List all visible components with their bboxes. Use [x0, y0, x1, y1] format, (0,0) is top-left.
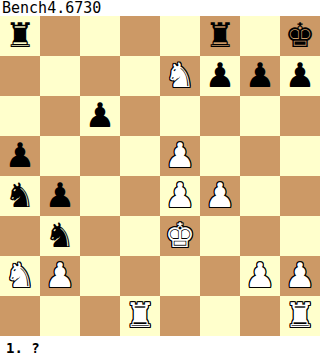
black-pawn: ♟	[45, 175, 75, 215]
square-e3[interactable]: ♚	[160, 216, 200, 256]
square-h2[interactable]: ♟	[280, 256, 320, 296]
square-a2[interactable]: ♞	[0, 256, 40, 296]
square-c6[interactable]: ♟	[80, 96, 120, 136]
square-e6[interactable]	[160, 96, 200, 136]
square-c1[interactable]	[80, 296, 120, 336]
status-bar: 1. ?	[0, 336, 320, 360]
square-b3[interactable]: ♞	[40, 216, 80, 256]
square-f3[interactable]	[200, 216, 240, 256]
square-e1[interactable]	[160, 296, 200, 336]
square-f2[interactable]	[200, 256, 240, 296]
square-f6[interactable]	[200, 96, 240, 136]
square-c5[interactable]	[80, 136, 120, 176]
square-c2[interactable]	[80, 256, 120, 296]
square-b4[interactable]: ♟	[40, 176, 80, 216]
square-c4[interactable]	[80, 176, 120, 216]
white-king: ♚	[165, 215, 195, 255]
black-pawn: ♟	[85, 95, 115, 135]
square-a8[interactable]: ♜	[0, 16, 40, 56]
square-h1[interactable]: ♜	[280, 296, 320, 336]
square-e2[interactable]	[160, 256, 200, 296]
black-knight: ♞	[5, 175, 35, 215]
square-g4[interactable]	[240, 176, 280, 216]
white-rook: ♜	[285, 295, 315, 335]
square-g8[interactable]	[240, 16, 280, 56]
square-a6[interactable]	[0, 96, 40, 136]
chess-board: ♜♜♚♞♟♟♟♟♟♟♞♟♟♟♞♚♞♟♟♟♜♜	[0, 16, 320, 336]
square-g6[interactable]	[240, 96, 280, 136]
black-knight: ♞	[45, 215, 75, 255]
square-f7[interactable]: ♟	[200, 56, 240, 96]
square-g3[interactable]	[240, 216, 280, 256]
white-pawn: ♟	[165, 175, 195, 215]
black-pawn: ♟	[205, 55, 235, 95]
square-a4[interactable]: ♞	[0, 176, 40, 216]
square-e5[interactable]: ♟	[160, 136, 200, 176]
square-h4[interactable]	[280, 176, 320, 216]
chess-diagram-window: Bench4.6730 ♜♜♚♞♟♟♟♟♟♟♞♟♟♟♞♚♞♟♟♟♜♜ 1. ?	[0, 0, 320, 360]
white-pawn: ♟	[205, 175, 235, 215]
position-title: Bench4.6730	[0, 0, 101, 16]
square-e4[interactable]: ♟	[160, 176, 200, 216]
white-knight: ♞	[165, 55, 195, 95]
square-b5[interactable]	[40, 136, 80, 176]
square-f4[interactable]: ♟	[200, 176, 240, 216]
white-pawn: ♟	[45, 255, 75, 295]
square-g2[interactable]: ♟	[240, 256, 280, 296]
black-pawn: ♟	[5, 135, 35, 175]
title-bar: Bench4.6730	[0, 0, 320, 16]
square-a3[interactable]	[0, 216, 40, 256]
white-pawn: ♟	[285, 255, 315, 295]
square-a5[interactable]: ♟	[0, 136, 40, 176]
square-b2[interactable]: ♟	[40, 256, 80, 296]
black-pawn: ♟	[285, 55, 315, 95]
square-h3[interactable]	[280, 216, 320, 256]
square-f5[interactable]	[200, 136, 240, 176]
square-b8[interactable]	[40, 16, 80, 56]
square-d7[interactable]	[120, 56, 160, 96]
square-c8[interactable]	[80, 16, 120, 56]
square-c7[interactable]	[80, 56, 120, 96]
square-h6[interactable]	[280, 96, 320, 136]
square-g7[interactable]: ♟	[240, 56, 280, 96]
square-g1[interactable]	[240, 296, 280, 336]
square-d3[interactable]	[120, 216, 160, 256]
square-b6[interactable]	[40, 96, 80, 136]
square-g5[interactable]	[240, 136, 280, 176]
white-pawn: ♟	[245, 255, 275, 295]
square-a1[interactable]	[0, 296, 40, 336]
move-prompt: 1. ?	[0, 340, 40, 356]
square-f1[interactable]	[200, 296, 240, 336]
white-knight: ♞	[5, 255, 35, 295]
black-rook: ♜	[5, 15, 35, 55]
square-a7[interactable]	[0, 56, 40, 96]
black-pawn: ♟	[245, 55, 275, 95]
square-d4[interactable]	[120, 176, 160, 216]
square-h7[interactable]: ♟	[280, 56, 320, 96]
square-f8[interactable]: ♜	[200, 16, 240, 56]
square-h8[interactable]: ♚	[280, 16, 320, 56]
square-d2[interactable]	[120, 256, 160, 296]
white-pawn: ♟	[165, 135, 195, 175]
square-d5[interactable]	[120, 136, 160, 176]
square-d6[interactable]	[120, 96, 160, 136]
square-b7[interactable]	[40, 56, 80, 96]
white-rook: ♜	[125, 295, 155, 335]
square-h5[interactable]	[280, 136, 320, 176]
square-e8[interactable]	[160, 16, 200, 56]
black-rook: ♜	[205, 15, 235, 55]
square-d8[interactable]	[120, 16, 160, 56]
black-king: ♚	[285, 15, 315, 55]
square-c3[interactable]	[80, 216, 120, 256]
square-e7[interactable]: ♞	[160, 56, 200, 96]
square-b1[interactable]	[40, 296, 80, 336]
square-d1[interactable]: ♜	[120, 296, 160, 336]
